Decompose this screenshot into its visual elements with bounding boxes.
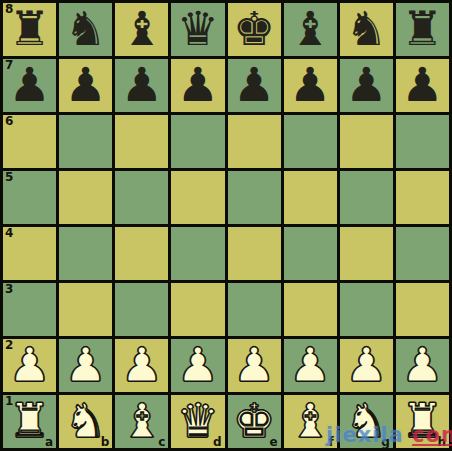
piece-black-pawn: ♟ xyxy=(345,61,387,108)
piece-white-pawn: ♟ xyxy=(233,341,275,388)
square-d2[interactable]: ♟ xyxy=(171,339,224,392)
square-g1[interactable]: g♞ xyxy=(340,395,393,448)
square-g5[interactable] xyxy=(340,171,393,224)
square-h5[interactable] xyxy=(396,171,449,224)
square-g2[interactable]: ♟ xyxy=(340,339,393,392)
square-e5[interactable] xyxy=(228,171,281,224)
piece-black-knight: ♞ xyxy=(345,5,387,52)
square-h6[interactable] xyxy=(396,115,449,168)
square-c3[interactable] xyxy=(115,283,168,336)
square-f1[interactable]: f♝ xyxy=(284,395,337,448)
square-b2[interactable]: ♟ xyxy=(59,339,112,392)
piece-black-pawn: ♟ xyxy=(233,61,275,108)
square-b7[interactable]: ♟ xyxy=(59,59,112,112)
rank-label-6: 6 xyxy=(5,115,13,128)
square-a5[interactable]: 5 xyxy=(3,171,56,224)
square-h7[interactable]: ♟ xyxy=(396,59,449,112)
square-e7[interactable]: ♟ xyxy=(228,59,281,112)
square-e6[interactable] xyxy=(228,115,281,168)
piece-black-rook: ♜ xyxy=(401,5,443,52)
piece-black-queen: ♛ xyxy=(177,5,219,52)
square-b6[interactable] xyxy=(59,115,112,168)
piece-black-knight: ♞ xyxy=(65,5,107,52)
rank-label-5: 5 xyxy=(5,171,13,184)
piece-black-pawn: ♟ xyxy=(401,61,443,108)
piece-white-pawn: ♟ xyxy=(177,341,219,388)
square-c5[interactable] xyxy=(115,171,168,224)
square-a8[interactable]: 8♜ xyxy=(3,3,56,56)
piece-white-pawn: ♟ xyxy=(289,341,331,388)
piece-white-pawn: ♟ xyxy=(401,341,443,388)
chess-board-wrapper: 8♜♞♝♛♚♝♞♜7♟♟♟♟♟♟♟♟65432♟♟♟♟♟♟♟♟1a♜b♞c♝d♛… xyxy=(0,0,452,451)
rank-label-4: 4 xyxy=(5,227,13,240)
square-c2[interactable]: ♟ xyxy=(115,339,168,392)
square-g3[interactable] xyxy=(340,283,393,336)
square-g7[interactable]: ♟ xyxy=(340,59,393,112)
square-c7[interactable]: ♟ xyxy=(115,59,168,112)
square-e4[interactable] xyxy=(228,227,281,280)
square-h1[interactable]: h♜ xyxy=(396,395,449,448)
piece-white-pawn: ♟ xyxy=(65,341,107,388)
square-a7[interactable]: 7♟ xyxy=(3,59,56,112)
square-c6[interactable] xyxy=(115,115,168,168)
piece-white-bishop: ♝ xyxy=(121,397,163,444)
square-b8[interactable]: ♞ xyxy=(59,3,112,56)
piece-white-king: ♚ xyxy=(233,397,275,444)
square-f3[interactable] xyxy=(284,283,337,336)
piece-white-knight: ♞ xyxy=(345,397,387,444)
square-d8[interactable]: ♛ xyxy=(171,3,224,56)
piece-black-king: ♚ xyxy=(233,5,275,52)
square-d3[interactable] xyxy=(171,283,224,336)
square-d4[interactable] xyxy=(171,227,224,280)
piece-white-knight: ♞ xyxy=(65,397,107,444)
square-a1[interactable]: 1a♜ xyxy=(3,395,56,448)
square-h4[interactable] xyxy=(396,227,449,280)
square-a3[interactable]: 3 xyxy=(3,283,56,336)
chess-board: 8♜♞♝♛♚♝♞♜7♟♟♟♟♟♟♟♟65432♟♟♟♟♟♟♟♟1a♜b♞c♝d♛… xyxy=(0,0,452,451)
square-d6[interactable] xyxy=(171,115,224,168)
square-c1[interactable]: c♝ xyxy=(115,395,168,448)
square-a4[interactable]: 4 xyxy=(3,227,56,280)
square-h2[interactable]: ♟ xyxy=(396,339,449,392)
piece-black-pawn: ♟ xyxy=(177,61,219,108)
square-e1[interactable]: e♚ xyxy=(228,395,281,448)
square-d5[interactable] xyxy=(171,171,224,224)
rank-label-3: 3 xyxy=(5,283,13,296)
piece-white-rook: ♜ xyxy=(8,397,50,444)
square-a2[interactable]: 2♟ xyxy=(3,339,56,392)
square-f7[interactable]: ♟ xyxy=(284,59,337,112)
square-e2[interactable]: ♟ xyxy=(228,339,281,392)
square-f8[interactable]: ♝ xyxy=(284,3,337,56)
piece-black-pawn: ♟ xyxy=(8,61,50,108)
piece-white-pawn: ♟ xyxy=(121,341,163,388)
piece-white-pawn: ♟ xyxy=(8,341,50,388)
square-b3[interactable] xyxy=(59,283,112,336)
square-f2[interactable]: ♟ xyxy=(284,339,337,392)
piece-white-rook: ♜ xyxy=(401,397,443,444)
square-e3[interactable] xyxy=(228,283,281,336)
square-d7[interactable]: ♟ xyxy=(171,59,224,112)
square-b5[interactable] xyxy=(59,171,112,224)
square-h3[interactable] xyxy=(396,283,449,336)
square-d1[interactable]: d♛ xyxy=(171,395,224,448)
square-f6[interactable] xyxy=(284,115,337,168)
piece-black-pawn: ♟ xyxy=(121,61,163,108)
piece-white-queen: ♛ xyxy=(177,397,219,444)
piece-white-bishop: ♝ xyxy=(289,397,331,444)
piece-black-rook: ♜ xyxy=(8,5,50,52)
piece-black-pawn: ♟ xyxy=(65,61,107,108)
square-c8[interactable]: ♝ xyxy=(115,3,168,56)
square-b4[interactable] xyxy=(59,227,112,280)
piece-black-bishop: ♝ xyxy=(289,5,331,52)
square-h8[interactable]: ♜ xyxy=(396,3,449,56)
square-c4[interactable] xyxy=(115,227,168,280)
piece-black-pawn: ♟ xyxy=(289,61,331,108)
square-f4[interactable] xyxy=(284,227,337,280)
square-g8[interactable]: ♞ xyxy=(340,3,393,56)
square-e8[interactable]: ♚ xyxy=(228,3,281,56)
square-b1[interactable]: b♞ xyxy=(59,395,112,448)
piece-black-bishop: ♝ xyxy=(121,5,163,52)
square-f5[interactable] xyxy=(284,171,337,224)
square-a6[interactable]: 6 xyxy=(3,115,56,168)
square-g6[interactable] xyxy=(340,115,393,168)
square-g4[interactable] xyxy=(340,227,393,280)
piece-white-pawn: ♟ xyxy=(345,341,387,388)
